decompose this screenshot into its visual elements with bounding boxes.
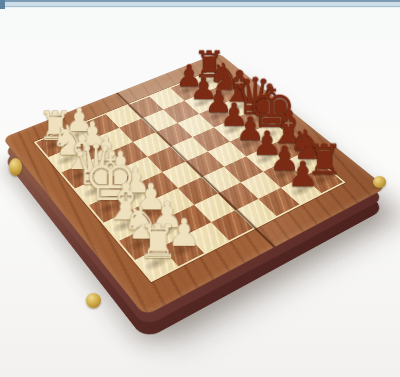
brass-clasp [373,176,386,188]
white-rook-icon: ♜ [126,219,191,265]
product-photo: ♜♟♟♜♞♟♟♞♝♟♟♝♛♟♟♛♚♟♟♚♝♟♟♝♞♟♟♞♜♟♟♜ [0,0,400,377]
black-pawn-icon: ♟ [273,158,332,192]
photo-scene: ♜♟♟♜♞♟♟♞♝♟♟♝♛♟♟♛♚♟♟♚♝♟♟♝♞♟♟♞♜♟♟♜ [0,0,400,377]
brass-clasp [9,158,22,176]
brass-clasp [86,293,101,308]
chess-set: ♜♟♟♜♞♟♟♞♝♟♟♝♛♟♟♛♚♟♟♚♝♟♟♝♞♟♟♞♜♟♟♜ [2,53,386,316]
